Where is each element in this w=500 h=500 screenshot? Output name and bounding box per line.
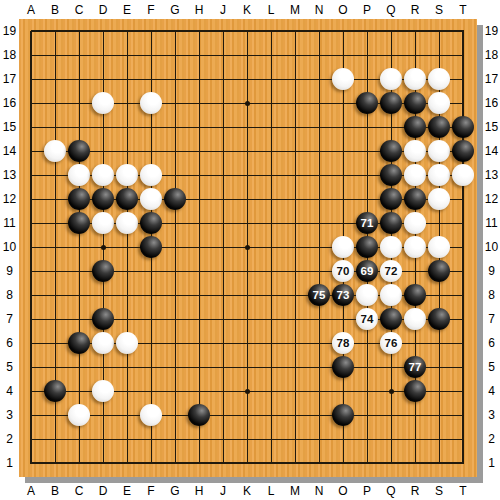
intersection-O13[interactable] bbox=[331, 163, 355, 187]
intersection-O17[interactable] bbox=[331, 67, 355, 91]
intersection-E2[interactable] bbox=[115, 427, 139, 451]
intersection-O15[interactable] bbox=[331, 115, 355, 139]
intersection-L8[interactable] bbox=[259, 283, 283, 307]
intersection-K11[interactable] bbox=[235, 211, 259, 235]
intersection-S7[interactable] bbox=[427, 307, 451, 331]
intersection-M18[interactable] bbox=[283, 43, 307, 67]
intersection-O19[interactable] bbox=[331, 19, 355, 43]
intersection-A5[interactable] bbox=[19, 355, 43, 379]
intersection-F19[interactable] bbox=[139, 19, 163, 43]
intersection-O7[interactable] bbox=[331, 307, 355, 331]
intersection-K10[interactable] bbox=[235, 235, 259, 259]
intersection-H12[interactable] bbox=[187, 187, 211, 211]
intersection-K5[interactable] bbox=[235, 355, 259, 379]
intersection-R18[interactable] bbox=[403, 43, 427, 67]
intersection-M9[interactable] bbox=[283, 259, 307, 283]
intersection-N15[interactable] bbox=[307, 115, 331, 139]
intersection-B5[interactable] bbox=[43, 355, 67, 379]
intersection-O14[interactable] bbox=[331, 139, 355, 163]
intersection-S9[interactable] bbox=[427, 259, 451, 283]
intersection-F1[interactable] bbox=[139, 451, 163, 475]
intersection-T17[interactable] bbox=[451, 67, 475, 91]
intersection-F2[interactable] bbox=[139, 427, 163, 451]
intersection-R19[interactable] bbox=[403, 19, 427, 43]
intersection-F4[interactable] bbox=[139, 379, 163, 403]
intersection-Q1[interactable] bbox=[379, 451, 403, 475]
intersection-B1[interactable] bbox=[43, 451, 67, 475]
intersection-T13[interactable] bbox=[451, 163, 475, 187]
intersection-E13[interactable] bbox=[115, 163, 139, 187]
intersection-K3[interactable] bbox=[235, 403, 259, 427]
intersection-Q14[interactable] bbox=[379, 139, 403, 163]
intersection-D4[interactable] bbox=[91, 379, 115, 403]
intersection-S8[interactable] bbox=[427, 283, 451, 307]
intersection-J18[interactable] bbox=[211, 43, 235, 67]
intersection-N11[interactable] bbox=[307, 211, 331, 235]
intersection-D3[interactable] bbox=[91, 403, 115, 427]
intersection-M4[interactable] bbox=[283, 379, 307, 403]
intersection-M15[interactable] bbox=[283, 115, 307, 139]
intersection-T19[interactable] bbox=[451, 19, 475, 43]
intersection-N4[interactable] bbox=[307, 379, 331, 403]
intersection-B15[interactable] bbox=[43, 115, 67, 139]
intersection-Q5[interactable] bbox=[379, 355, 403, 379]
intersection-R8[interactable] bbox=[403, 283, 427, 307]
intersection-O3[interactable] bbox=[331, 403, 355, 427]
intersection-G13[interactable] bbox=[163, 163, 187, 187]
intersection-A13[interactable] bbox=[19, 163, 43, 187]
intersection-N12[interactable] bbox=[307, 187, 331, 211]
intersection-G18[interactable] bbox=[163, 43, 187, 67]
intersection-F17[interactable] bbox=[139, 67, 163, 91]
intersection-J12[interactable] bbox=[211, 187, 235, 211]
intersection-D16[interactable] bbox=[91, 91, 115, 115]
intersection-K6[interactable] bbox=[235, 331, 259, 355]
intersection-J6[interactable] bbox=[211, 331, 235, 355]
intersection-A11[interactable] bbox=[19, 211, 43, 235]
intersection-C11[interactable] bbox=[67, 211, 91, 235]
intersection-T4[interactable] bbox=[451, 379, 475, 403]
intersection-E12[interactable] bbox=[115, 187, 139, 211]
intersection-D2[interactable] bbox=[91, 427, 115, 451]
intersection-L7[interactable] bbox=[259, 307, 283, 331]
intersection-C12[interactable] bbox=[67, 187, 91, 211]
intersection-A19[interactable] bbox=[19, 19, 43, 43]
intersection-A14[interactable] bbox=[19, 139, 43, 163]
intersection-L4[interactable] bbox=[259, 379, 283, 403]
intersection-F3[interactable] bbox=[139, 403, 163, 427]
intersection-R11[interactable] bbox=[403, 211, 427, 235]
intersection-G8[interactable] bbox=[163, 283, 187, 307]
intersection-E19[interactable] bbox=[115, 19, 139, 43]
intersection-B3[interactable] bbox=[43, 403, 67, 427]
intersection-P1[interactable] bbox=[355, 451, 379, 475]
intersection-R3[interactable] bbox=[403, 403, 427, 427]
intersection-T3[interactable] bbox=[451, 403, 475, 427]
intersection-S6[interactable] bbox=[427, 331, 451, 355]
intersection-K2[interactable] bbox=[235, 427, 259, 451]
intersection-A12[interactable] bbox=[19, 187, 43, 211]
intersection-K17[interactable] bbox=[235, 67, 259, 91]
intersection-H14[interactable] bbox=[187, 139, 211, 163]
intersection-N5[interactable] bbox=[307, 355, 331, 379]
intersection-F5[interactable] bbox=[139, 355, 163, 379]
intersection-T7[interactable] bbox=[451, 307, 475, 331]
intersection-R17[interactable] bbox=[403, 67, 427, 91]
intersection-B7[interactable] bbox=[43, 307, 67, 331]
intersection-R12[interactable] bbox=[403, 187, 427, 211]
intersection-H17[interactable] bbox=[187, 67, 211, 91]
intersection-P10[interactable] bbox=[355, 235, 379, 259]
intersection-H19[interactable] bbox=[187, 19, 211, 43]
intersection-F6[interactable] bbox=[139, 331, 163, 355]
intersection-T2[interactable] bbox=[451, 427, 475, 451]
intersection-N17[interactable] bbox=[307, 67, 331, 91]
intersection-H6[interactable] bbox=[187, 331, 211, 355]
intersection-G19[interactable] bbox=[163, 19, 187, 43]
intersection-R5[interactable]: 77 bbox=[403, 355, 427, 379]
intersection-B17[interactable] bbox=[43, 67, 67, 91]
intersection-Q18[interactable] bbox=[379, 43, 403, 67]
intersection-J7[interactable] bbox=[211, 307, 235, 331]
intersection-P4[interactable] bbox=[355, 379, 379, 403]
intersection-F10[interactable] bbox=[139, 235, 163, 259]
intersection-O1[interactable] bbox=[331, 451, 355, 475]
intersection-C4[interactable] bbox=[67, 379, 91, 403]
intersection-T18[interactable] bbox=[451, 43, 475, 67]
intersection-D19[interactable] bbox=[91, 19, 115, 43]
intersection-T1[interactable] bbox=[451, 451, 475, 475]
intersection-A8[interactable] bbox=[19, 283, 43, 307]
intersection-J9[interactable] bbox=[211, 259, 235, 283]
intersection-N14[interactable] bbox=[307, 139, 331, 163]
intersection-D6[interactable] bbox=[91, 331, 115, 355]
intersection-C13[interactable] bbox=[67, 163, 91, 187]
intersection-G7[interactable] bbox=[163, 307, 187, 331]
intersection-K9[interactable] bbox=[235, 259, 259, 283]
intersection-J11[interactable] bbox=[211, 211, 235, 235]
intersection-O9[interactable]: 70 bbox=[331, 259, 355, 283]
intersection-M11[interactable] bbox=[283, 211, 307, 235]
intersection-N19[interactable] bbox=[307, 19, 331, 43]
intersection-B6[interactable] bbox=[43, 331, 67, 355]
intersection-E5[interactable] bbox=[115, 355, 139, 379]
intersection-T9[interactable] bbox=[451, 259, 475, 283]
intersection-L19[interactable] bbox=[259, 19, 283, 43]
intersection-H15[interactable] bbox=[187, 115, 211, 139]
intersection-L12[interactable] bbox=[259, 187, 283, 211]
intersection-G9[interactable] bbox=[163, 259, 187, 283]
intersection-O11[interactable] bbox=[331, 211, 355, 235]
intersection-H1[interactable] bbox=[187, 451, 211, 475]
intersection-B9[interactable] bbox=[43, 259, 67, 283]
intersection-M6[interactable] bbox=[283, 331, 307, 355]
intersection-L17[interactable] bbox=[259, 67, 283, 91]
intersection-N9[interactable] bbox=[307, 259, 331, 283]
intersection-J2[interactable] bbox=[211, 427, 235, 451]
intersection-D14[interactable] bbox=[91, 139, 115, 163]
intersection-D8[interactable] bbox=[91, 283, 115, 307]
intersection-E4[interactable] bbox=[115, 379, 139, 403]
intersection-G10[interactable] bbox=[163, 235, 187, 259]
intersection-B16[interactable] bbox=[43, 91, 67, 115]
intersection-P19[interactable] bbox=[355, 19, 379, 43]
intersection-M5[interactable] bbox=[283, 355, 307, 379]
intersection-R7[interactable] bbox=[403, 307, 427, 331]
intersection-L5[interactable] bbox=[259, 355, 283, 379]
intersection-R1[interactable] bbox=[403, 451, 427, 475]
intersection-B8[interactable] bbox=[43, 283, 67, 307]
intersection-K4[interactable] bbox=[235, 379, 259, 403]
intersection-C2[interactable] bbox=[67, 427, 91, 451]
intersection-F16[interactable] bbox=[139, 91, 163, 115]
intersection-J13[interactable] bbox=[211, 163, 235, 187]
intersection-Q4[interactable] bbox=[379, 379, 403, 403]
intersection-L9[interactable] bbox=[259, 259, 283, 283]
intersection-H3[interactable] bbox=[187, 403, 211, 427]
intersection-N18[interactable] bbox=[307, 43, 331, 67]
intersection-R4[interactable] bbox=[403, 379, 427, 403]
intersection-Q12[interactable] bbox=[379, 187, 403, 211]
intersection-C17[interactable] bbox=[67, 67, 91, 91]
intersection-H7[interactable] bbox=[187, 307, 211, 331]
intersection-B19[interactable] bbox=[43, 19, 67, 43]
intersection-M16[interactable] bbox=[283, 91, 307, 115]
intersection-S3[interactable] bbox=[427, 403, 451, 427]
intersection-M12[interactable] bbox=[283, 187, 307, 211]
intersection-C7[interactable] bbox=[67, 307, 91, 331]
intersection-C19[interactable] bbox=[67, 19, 91, 43]
intersection-K15[interactable] bbox=[235, 115, 259, 139]
intersection-A18[interactable] bbox=[19, 43, 43, 67]
intersection-Q16[interactable] bbox=[379, 91, 403, 115]
intersection-G1[interactable] bbox=[163, 451, 187, 475]
intersection-T10[interactable] bbox=[451, 235, 475, 259]
intersection-G17[interactable] bbox=[163, 67, 187, 91]
intersection-P9[interactable]: 69 bbox=[355, 259, 379, 283]
intersection-D11[interactable] bbox=[91, 211, 115, 235]
intersection-J4[interactable] bbox=[211, 379, 235, 403]
intersection-N6[interactable] bbox=[307, 331, 331, 355]
intersection-Q6[interactable]: 76 bbox=[379, 331, 403, 355]
intersection-E1[interactable] bbox=[115, 451, 139, 475]
intersection-M8[interactable] bbox=[283, 283, 307, 307]
intersection-G15[interactable] bbox=[163, 115, 187, 139]
intersection-C8[interactable] bbox=[67, 283, 91, 307]
intersection-N8[interactable]: 75 bbox=[307, 283, 331, 307]
intersection-D5[interactable] bbox=[91, 355, 115, 379]
intersection-P13[interactable] bbox=[355, 163, 379, 187]
intersection-K19[interactable] bbox=[235, 19, 259, 43]
intersection-E8[interactable] bbox=[115, 283, 139, 307]
intersection-E16[interactable] bbox=[115, 91, 139, 115]
intersection-G6[interactable] bbox=[163, 331, 187, 355]
intersection-D17[interactable] bbox=[91, 67, 115, 91]
intersection-S5[interactable] bbox=[427, 355, 451, 379]
intersection-C10[interactable] bbox=[67, 235, 91, 259]
intersection-O18[interactable] bbox=[331, 43, 355, 67]
intersection-N1[interactable] bbox=[307, 451, 331, 475]
intersection-H4[interactable] bbox=[187, 379, 211, 403]
intersection-Q7[interactable] bbox=[379, 307, 403, 331]
intersection-K8[interactable] bbox=[235, 283, 259, 307]
intersection-C9[interactable] bbox=[67, 259, 91, 283]
intersection-O5[interactable] bbox=[331, 355, 355, 379]
intersection-Q10[interactable] bbox=[379, 235, 403, 259]
intersection-H11[interactable] bbox=[187, 211, 211, 235]
intersection-C15[interactable] bbox=[67, 115, 91, 139]
intersection-K14[interactable] bbox=[235, 139, 259, 163]
intersection-T16[interactable] bbox=[451, 91, 475, 115]
intersection-L11[interactable] bbox=[259, 211, 283, 235]
intersection-E11[interactable] bbox=[115, 211, 139, 235]
intersection-K12[interactable] bbox=[235, 187, 259, 211]
intersection-P3[interactable] bbox=[355, 403, 379, 427]
intersection-P15[interactable] bbox=[355, 115, 379, 139]
intersection-E14[interactable] bbox=[115, 139, 139, 163]
intersection-A6[interactable] bbox=[19, 331, 43, 355]
intersection-M1[interactable] bbox=[283, 451, 307, 475]
intersection-G2[interactable] bbox=[163, 427, 187, 451]
intersection-D18[interactable] bbox=[91, 43, 115, 67]
intersection-M19[interactable] bbox=[283, 19, 307, 43]
intersection-E6[interactable] bbox=[115, 331, 139, 355]
intersection-Q8[interactable] bbox=[379, 283, 403, 307]
intersection-P11[interactable]: 71 bbox=[355, 211, 379, 235]
intersection-B13[interactable] bbox=[43, 163, 67, 187]
intersection-T5[interactable] bbox=[451, 355, 475, 379]
intersection-G14[interactable] bbox=[163, 139, 187, 163]
intersection-C3[interactable] bbox=[67, 403, 91, 427]
intersection-K7[interactable] bbox=[235, 307, 259, 331]
intersection-O10[interactable] bbox=[331, 235, 355, 259]
intersection-S13[interactable] bbox=[427, 163, 451, 187]
intersection-E10[interactable] bbox=[115, 235, 139, 259]
intersection-H5[interactable] bbox=[187, 355, 211, 379]
intersection-L10[interactable] bbox=[259, 235, 283, 259]
intersection-J10[interactable] bbox=[211, 235, 235, 259]
intersection-P2[interactable] bbox=[355, 427, 379, 451]
intersection-S16[interactable] bbox=[427, 91, 451, 115]
intersection-J16[interactable] bbox=[211, 91, 235, 115]
intersection-L18[interactable] bbox=[259, 43, 283, 67]
intersection-L14[interactable] bbox=[259, 139, 283, 163]
intersection-O6[interactable]: 78 bbox=[331, 331, 355, 355]
intersection-A2[interactable] bbox=[19, 427, 43, 451]
intersection-M14[interactable] bbox=[283, 139, 307, 163]
intersection-F18[interactable] bbox=[139, 43, 163, 67]
intersection-C14[interactable] bbox=[67, 139, 91, 163]
intersection-B11[interactable] bbox=[43, 211, 67, 235]
intersection-G12[interactable] bbox=[163, 187, 187, 211]
intersection-R14[interactable] bbox=[403, 139, 427, 163]
intersection-L15[interactable] bbox=[259, 115, 283, 139]
intersection-J3[interactable] bbox=[211, 403, 235, 427]
intersection-P14[interactable] bbox=[355, 139, 379, 163]
intersection-A15[interactable] bbox=[19, 115, 43, 139]
intersection-B2[interactable] bbox=[43, 427, 67, 451]
intersection-A17[interactable] bbox=[19, 67, 43, 91]
intersection-P7[interactable]: 74 bbox=[355, 307, 379, 331]
intersection-J17[interactable] bbox=[211, 67, 235, 91]
intersection-O8[interactable]: 73 bbox=[331, 283, 355, 307]
intersection-Q2[interactable] bbox=[379, 427, 403, 451]
intersection-F15[interactable] bbox=[139, 115, 163, 139]
intersection-D7[interactable] bbox=[91, 307, 115, 331]
intersection-N3[interactable] bbox=[307, 403, 331, 427]
intersection-O4[interactable] bbox=[331, 379, 355, 403]
intersection-N16[interactable] bbox=[307, 91, 331, 115]
intersection-H9[interactable] bbox=[187, 259, 211, 283]
intersection-P17[interactable] bbox=[355, 67, 379, 91]
intersection-B12[interactable] bbox=[43, 187, 67, 211]
intersection-S18[interactable] bbox=[427, 43, 451, 67]
intersection-G4[interactable] bbox=[163, 379, 187, 403]
intersection-S12[interactable] bbox=[427, 187, 451, 211]
intersection-J1[interactable] bbox=[211, 451, 235, 475]
intersection-J15[interactable] bbox=[211, 115, 235, 139]
intersection-S10[interactable] bbox=[427, 235, 451, 259]
intersection-S2[interactable] bbox=[427, 427, 451, 451]
intersection-L6[interactable] bbox=[259, 331, 283, 355]
intersection-F12[interactable] bbox=[139, 187, 163, 211]
intersection-K18[interactable] bbox=[235, 43, 259, 67]
intersection-H18[interactable] bbox=[187, 43, 211, 67]
intersection-F11[interactable] bbox=[139, 211, 163, 235]
intersection-E15[interactable] bbox=[115, 115, 139, 139]
intersection-A16[interactable] bbox=[19, 91, 43, 115]
intersection-S4[interactable] bbox=[427, 379, 451, 403]
intersection-M2[interactable] bbox=[283, 427, 307, 451]
intersection-T11[interactable] bbox=[451, 211, 475, 235]
intersection-D12[interactable] bbox=[91, 187, 115, 211]
intersection-P6[interactable] bbox=[355, 331, 379, 355]
intersection-C6[interactable] bbox=[67, 331, 91, 355]
intersection-R2[interactable] bbox=[403, 427, 427, 451]
intersection-S11[interactable] bbox=[427, 211, 451, 235]
intersection-G5[interactable] bbox=[163, 355, 187, 379]
intersection-G3[interactable] bbox=[163, 403, 187, 427]
intersection-P18[interactable] bbox=[355, 43, 379, 67]
intersection-S1[interactable] bbox=[427, 451, 451, 475]
intersection-D9[interactable] bbox=[91, 259, 115, 283]
intersection-J5[interactable] bbox=[211, 355, 235, 379]
intersection-M3[interactable] bbox=[283, 403, 307, 427]
intersection-S14[interactable] bbox=[427, 139, 451, 163]
intersection-O16[interactable] bbox=[331, 91, 355, 115]
intersection-H16[interactable] bbox=[187, 91, 211, 115]
intersection-E9[interactable] bbox=[115, 259, 139, 283]
intersection-A9[interactable] bbox=[19, 259, 43, 283]
intersection-A4[interactable] bbox=[19, 379, 43, 403]
intersection-D1[interactable] bbox=[91, 451, 115, 475]
intersection-E18[interactable] bbox=[115, 43, 139, 67]
intersection-N13[interactable] bbox=[307, 163, 331, 187]
intersection-J8[interactable] bbox=[211, 283, 235, 307]
intersection-E3[interactable] bbox=[115, 403, 139, 427]
intersection-B18[interactable] bbox=[43, 43, 67, 67]
intersection-K16[interactable] bbox=[235, 91, 259, 115]
intersection-M17[interactable] bbox=[283, 67, 307, 91]
intersection-O12[interactable] bbox=[331, 187, 355, 211]
intersection-L1[interactable] bbox=[259, 451, 283, 475]
intersection-E17[interactable] bbox=[115, 67, 139, 91]
intersection-J19[interactable] bbox=[211, 19, 235, 43]
intersection-O2[interactable] bbox=[331, 427, 355, 451]
intersection-C5[interactable] bbox=[67, 355, 91, 379]
intersection-B4[interactable] bbox=[43, 379, 67, 403]
intersection-R13[interactable] bbox=[403, 163, 427, 187]
